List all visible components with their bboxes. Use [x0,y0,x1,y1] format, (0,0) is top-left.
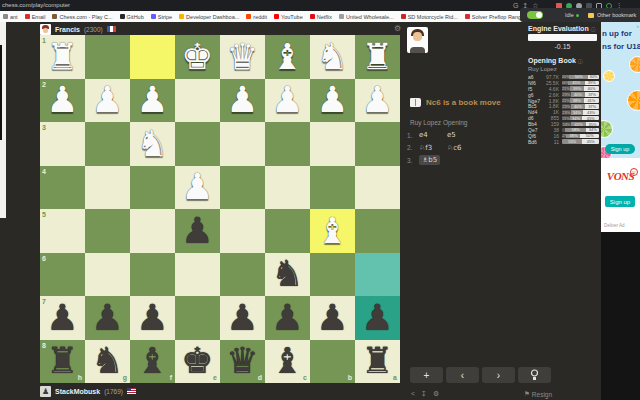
rank-label: 3 [42,124,46,131]
winrate-segment: 38% [566,134,580,139]
square-f8[interactable]: ♝f [130,340,175,384]
extension-popup: Idle Other bookmark [520,8,640,22]
rank-label: 5 [42,211,46,218]
square-c4[interactable] [265,166,310,210]
square-d2[interactable]: ♟ [220,79,265,123]
book-move-text: Nc6 is a book move [426,98,501,107]
bookmark-favicon [52,14,57,19]
lightbulb-icon [530,369,539,381]
opponent-rating: (2300) [84,26,103,33]
piece-white-p: ♟ [220,79,265,123]
vons-ad[interactable]: VONS U Sign up Deliver Ad [601,158,640,232]
square-g8[interactable]: ♞g [85,340,130,384]
piece-white-k: ♚ [175,35,220,79]
square-e4[interactable]: ♟ [175,166,220,210]
winrate-segment: 40% [571,104,586,109]
bookmark-label: GitHub [127,14,144,20]
ad-dark-area [601,232,640,400]
winrate-segment: 39% [570,86,584,91]
piece-black-b: ♝ [130,340,175,384]
idle-status-dot [576,14,579,17]
orange-fruit-icon [629,56,640,73]
square-f3[interactable]: ♞ [130,122,175,166]
bookmark-item[interactable]: YouTube [274,14,303,20]
bookmark-item[interactable]: Chess.com - Play C... [52,14,112,20]
white-move[interactable]: e4 [419,131,445,139]
bookmark-favicon [339,14,344,19]
square-d7[interactable]: ♟ [220,296,265,340]
piece-white-n: ♞ [310,35,355,79]
piece-white-p: ♟ [355,79,400,123]
winrate-segment: 23% [562,110,571,115]
winrate-segment: 37% [585,104,599,109]
bot-profile-avatar [407,27,428,53]
bookmark-label: ant [10,14,18,20]
move-list: 1.e4e52.♘f3♘c63.♗b5 [407,129,527,167]
bookmark-label: Chess.com - Play C... [59,14,112,20]
book-move-count: 11 [543,139,559,145]
winrate-segment: 21% [562,86,570,91]
winrate-bar: 21%39%40% [562,86,599,91]
square-f7[interactable]: ♟ [130,296,175,340]
square-c1[interactable]: ♝ [265,35,310,79]
bookmark-item[interactable]: SD Motorcycle Rid... [401,14,458,20]
square-e1[interactable]: ♚ [175,35,220,79]
square-d8[interactable]: ♛d [220,340,265,384]
rank-label: 1 [42,37,46,44]
piece-white-b: ♝ [310,209,355,253]
square-b3[interactable] [310,122,355,166]
file-label: c [303,374,307,381]
panel-footer-icons: < ↧ ⚙ [411,390,439,398]
resign-label: Resign [532,391,552,398]
bot-avatar-body [410,47,425,53]
winrate-segment: 45% [582,116,599,121]
book-move-name: Bd6 [528,139,543,145]
square-f5[interactable] [130,209,175,253]
winrate-segment: 41% [584,98,599,103]
engine-evaluation-title: Engine Evaluation [528,25,589,32]
winrate-segment: 40% [571,92,586,97]
square-a6[interactable] [355,253,400,297]
square-e2[interactable] [175,79,220,123]
piece-white-n: ♞ [130,122,175,166]
browser-window: chess.com/play/computer G ↥ ☆ ⋮ antEmail… [0,0,640,400]
square-b1[interactable]: ♞ [310,35,355,79]
bookmark-label: SD Motorcycle Rid... [408,14,458,20]
winrate-bar: 20%50%30% [562,75,599,80]
square-g4[interactable] [85,166,130,210]
page-left-notch [0,45,2,140]
bookmark-items: antEmailChess.com - Play C...GitHubStrip… [3,11,521,22]
settings-gear-icon[interactable]: ⚙ [433,390,439,398]
square-e3[interactable] [175,122,220,166]
winrate-segment: 58% [565,128,586,133]
avatar-face [43,28,48,33]
share-game-icon[interactable]: < [411,390,415,398]
winrate-segment: 37% [585,92,599,97]
next-move-button[interactable]: › [482,367,515,383]
evaluation-value: -0.15 [528,43,597,50]
other-bookmarks-label[interactable]: Other bookmark [597,12,640,18]
prev-move-button[interactable]: ‹ [446,367,479,383]
square-b4[interactable] [310,166,355,210]
winrate-segment: 50% [580,134,599,139]
square-b7[interactable]: ♟ [310,296,355,340]
opponent-player-bar: Francis (2300) [40,23,116,35]
piece-black-p: ♟ [355,296,400,340]
france-flag-icon [107,26,116,32]
bot-avatar-face [413,32,422,41]
move-row: 2.♘f3♘c6 [407,142,527,155]
winrate-segment: 20% [562,75,569,80]
file-label: a [393,374,397,381]
bookmark-label: Solver Preflop Rang... [472,14,521,20]
bookmark-favicon [246,14,251,19]
user-rating: (1769) [104,388,123,395]
move-number: 1. [407,132,419,139]
file-label: d [258,374,262,381]
bookmark-item[interactable]: Email [25,14,46,20]
move-number: 2. [407,144,419,151]
move-row: 1.e4e5 [407,129,527,142]
toggle-knob [536,12,542,18]
square-a4[interactable] [355,166,400,210]
opponent-avatar[interactable] [40,24,51,35]
folder-icon [588,13,594,18]
square-e8[interactable]: ♚e [175,340,220,384]
user-name[interactable]: StackMobusk [55,388,100,395]
square-h3[interactable]: 3 [40,122,85,166]
winrate-bar: 58%34% [562,128,599,133]
piece-white-p: ♟ [310,79,355,123]
square-a7[interactable]: ♟ [355,296,400,340]
square-d4[interactable] [220,166,265,210]
square-g2[interactable]: ♟ [85,79,130,123]
opening-book-title: Opening Book [528,57,576,64]
piece-black-p: ♟ [175,209,220,253]
winrate-segment: 40% [584,86,599,91]
resign-flag-icon: ⚑ [524,390,530,398]
square-e5[interactable]: ♟ [175,209,220,253]
square-e7[interactable] [175,296,220,340]
winrate-segment: 21% [562,116,570,121]
bookmark-favicon [274,14,279,19]
piece-white-b: ♝ [265,35,310,79]
piece-white-p: ♟ [40,79,85,123]
square-c5[interactable] [265,209,310,253]
winrate-bar: 21%34%45% [562,116,599,121]
winrate-segment: 38% [570,98,584,103]
resign-button[interactable]: ⚑ Resign [524,390,552,398]
add-button[interactable]: + [410,367,443,383]
book-move-message: Nc6 is a book move [410,98,501,107]
square-c2[interactable]: ♟ [265,79,310,123]
winrate-bar: 21%38%41% [562,98,599,103]
square-e6[interactable] [175,253,220,297]
bookmark-favicon [120,14,125,19]
opening-book-table: a697.7K20%50%30%Nf625.5K16%45%39%f54.6K2… [528,74,600,145]
url-text[interactable]: chess.com/play/computer [2,2,70,8]
book-move-row[interactable]: Bd61155%45% [528,139,600,145]
orange-fruit-icon [627,90,640,111]
extension-toggle[interactable] [527,11,543,19]
file-label: f [170,374,172,381]
piece-white-p: ♟ [85,79,130,123]
bookmark-favicon [151,14,156,19]
square-h1[interactable]: ♜1 [40,35,85,79]
square-g3[interactable] [85,122,130,166]
bookmark-favicon [25,14,30,19]
piece-black-p: ♟ [220,296,265,340]
square-h4[interactable]: 4 [40,166,85,210]
file-label: h [78,374,82,381]
winrate-segment: 23% [562,104,571,109]
translate-icon[interactable]: G [513,1,518,10]
download-icon[interactable]: ↧ [421,390,427,398]
square-a5[interactable] [355,209,400,253]
bookmark-item[interactable]: reddit [246,14,267,20]
evaluation-bar [528,34,597,41]
piece-white-p: ♟ [130,79,175,123]
piece-black-n: ♞ [265,253,310,297]
winrate-segment: 30% [588,75,599,80]
bookmark-item[interactable]: United Wholesale... [339,14,394,20]
winrate-segment: 34% [570,116,583,121]
square-h2[interactable]: ♟2 [40,79,85,123]
square-f2[interactable]: ♟ [130,79,175,123]
piece-white-p: ♟ [175,166,220,210]
piece-black-p: ♟ [310,296,355,340]
square-h7[interactable]: ♟7 [40,296,85,340]
piece-black-p: ♟ [85,296,130,340]
square-d5[interactable] [220,209,265,253]
piece-black-p: ♟ [130,296,175,340]
ad-line1: n up for [602,29,632,38]
square-b5[interactable]: ♝ [310,209,355,253]
winrate-segment: 45% [582,139,599,144]
winrate-segment: 50% [569,75,588,80]
ad-signup-button[interactable]: Sign up [605,144,635,154]
bookmark-favicon [465,14,470,19]
piece-white-r: ♜ [355,35,400,79]
square-b6[interactable] [310,253,355,297]
square-h8[interactable]: ♜8h [40,340,85,384]
lime-fruit-icon [601,120,613,138]
move-row: 3.♗b5 [407,154,527,167]
bookmark-item[interactable]: Solver Preflop Rang... [465,14,521,20]
rank-label: 2 [42,81,46,88]
black-move[interactable]: e5 [447,131,473,139]
square-f6[interactable] [130,253,175,297]
bookmark-label: Stripe [158,14,172,20]
square-g1[interactable] [85,35,130,79]
square-b2[interactable]: ♟ [310,79,355,123]
winrate-segment: 34% [586,128,599,133]
square-g7[interactable]: ♟ [85,296,130,340]
winrate-segment: 45% [568,81,585,86]
info-icon[interactable]: ⓘ [578,58,583,64]
hint-button[interactable] [518,367,551,383]
opening-book-header: Opening Book ⓘ [528,57,583,64]
square-a3[interactable] [355,122,400,166]
square-g5[interactable] [85,209,130,253]
bookmark-favicon [401,14,406,19]
vons-u-icon: U [630,168,638,176]
square-f4[interactable] [130,166,175,210]
square-a1[interactable]: ♜ [355,35,400,79]
piece-white-p: ♟ [265,79,310,123]
bookmark-label: reddit [253,14,267,20]
bookmark-favicon [3,14,8,19]
opening-name-label: Ruy Lopez Opening [410,119,467,126]
bookmark-label: Email [32,14,46,20]
vons-ad-note: Deliver Ad [604,223,625,228]
adchoices-icon[interactable]: » [636,23,639,29]
winrate-segment: 24% [562,122,571,127]
black-move[interactable]: ♘c6 [447,144,473,152]
square-c7[interactable]: ♟ [265,296,310,340]
rank-label: 6 [42,255,46,262]
winrate-segment: 34% [571,110,584,115]
file-label: e [213,374,217,381]
ad-line2: ns for U18. [602,42,640,51]
winrate-bar: 16%45%39% [562,81,599,86]
winrate-segment: 55% [562,139,582,144]
chess-board[interactable]: ♜1♚♛♝♞♜♟2♟♟♟♟♟♟3♞4♟5♟♝6♞♟7♟♟♟♟♟♟♜8h♞g♝f♚… [40,35,400,383]
bookmark-label: United Wholesale... [346,14,394,20]
rank-label: 7 [42,298,46,305]
winrate-bar: 12%38%50% [562,134,599,139]
winrate-segment: 21% [562,98,570,103]
user-avatar[interactable]: ♟ [40,386,51,397]
winrate-bar: 23%40%37% [562,92,599,97]
square-c8[interactable]: ♝c [265,340,310,384]
white-move[interactable]: ♗b5 [419,155,440,165]
bookmark-item[interactable]: ant [3,14,18,20]
us-flag-icon [127,388,136,394]
opening-book-opening-name: Ruy Lopez [528,66,557,72]
file-label: g [123,374,127,381]
bookmark-item[interactable]: GitHub [120,14,144,20]
rank-label: 8 [42,342,46,349]
square-b8[interactable]: b [310,340,355,384]
winrate-segment: 43% [583,110,599,115]
bookmark-favicon [179,14,184,19]
pawn-avatar-icon: ♟ [42,386,49,397]
piece-white-r: ♜ [40,35,85,79]
bookmark-label: Netflix [317,14,332,20]
rank-label: 4 [42,168,46,175]
square-d6[interactable] [220,253,265,297]
winrate-segment: 39% [585,81,599,86]
winrate-segment: 23% [562,92,571,97]
square-d3[interactable] [220,122,265,166]
bookmark-favicon [310,14,315,19]
piece-black-p: ♟ [265,296,310,340]
bookmark-item[interactable]: Stripe [151,14,172,20]
square-h5[interactable]: 5 [40,209,85,253]
book-icon [410,98,421,107]
winrate-bar: 23%34%43% [562,110,599,115]
white-move[interactable]: ♘f3 [419,144,445,152]
info-icon[interactable]: ⓘ [591,26,596,32]
square-a2[interactable]: ♟ [355,79,400,123]
citrus-ad[interactable]: » n up for ns for U18. Sign up [601,22,640,158]
bookmark-item[interactable]: Netflix [310,14,332,20]
board-settings-gear-icon[interactable]: ⚙ [394,24,401,33]
file-label: b [348,374,352,381]
bookmark-item[interactable]: Developer Dashboa... [179,14,239,20]
idle-status-label: Idle [565,12,574,18]
bookmark-label: YouTube [281,14,303,20]
game-controls: + ‹ › [410,367,551,383]
square-g6[interactable] [85,253,130,297]
winrate-bar: 23%40%37% [562,104,599,109]
winrate-bar: 24%41%35% [562,122,599,127]
square-h6[interactable]: 6 [40,253,85,297]
bookmark-label: Developer Dashboa... [186,14,239,20]
vons-signup-button[interactable]: Sign up [605,196,635,207]
square-a8[interactable]: ♜a [355,340,400,384]
square-c6[interactable]: ♞ [265,253,310,297]
piece-white-q: ♛ [220,35,265,79]
winrate-segment: 35% [586,122,599,127]
winrate-segment: 41% [571,122,586,127]
square-c3[interactable] [265,122,310,166]
square-f1[interactable] [130,35,175,79]
square-d1[interactable]: ♛ [220,35,265,79]
move-number: 3. [407,157,419,164]
engine-evaluation-header: Engine Evaluation ⓘ [528,25,596,32]
user-player-bar: ♟ StackMobusk (1769) [40,385,136,397]
lemon-fruit-icon [603,70,615,82]
opponent-name[interactable]: Francis [55,26,80,33]
piece-black-p: ♟ [40,296,85,340]
winrate-bar: 55%45% [562,139,599,144]
